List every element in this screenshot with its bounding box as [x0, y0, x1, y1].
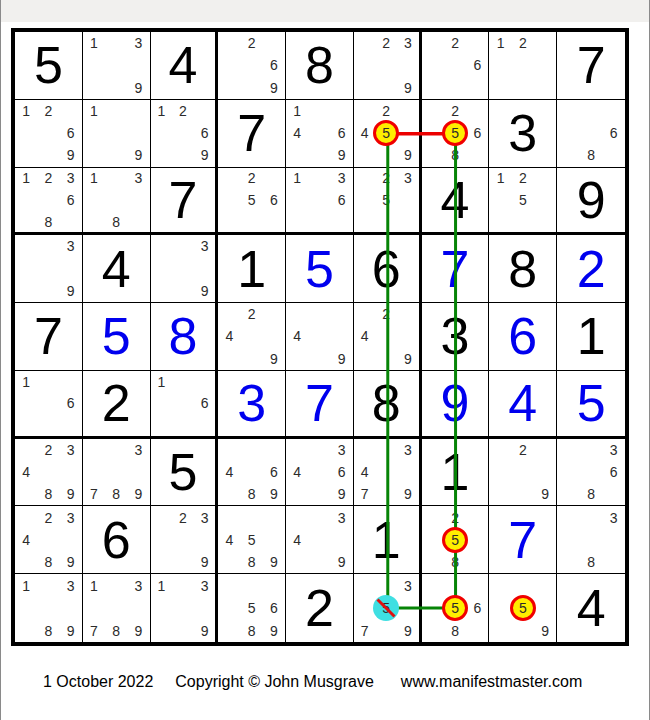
candidate: 6 — [331, 461, 353, 483]
candidate: 2 — [241, 168, 263, 190]
chain-node-candidate: 5 — [444, 597, 466, 620]
cell-r5c4: 249 — [218, 303, 286, 371]
cell-r3c9: 9 — [557, 168, 625, 236]
candidate: 6 — [263, 597, 285, 620]
candidate: 9 — [263, 348, 285, 370]
cell-r8c1: 23489 — [15, 506, 83, 574]
cell-r7c6: 3479 — [354, 439, 422, 507]
candidate: 4 — [218, 529, 240, 551]
candidate: 9 — [331, 483, 353, 505]
cell-r1c9: 7 — [557, 32, 625, 100]
candidate: 9 — [194, 551, 216, 573]
candidate: 2 — [37, 506, 59, 528]
solved-digit: 7 — [441, 243, 470, 295]
solved-digit: 1 — [577, 310, 606, 362]
cell-r3c4: 256 — [218, 168, 286, 236]
cell-r6c4: 3 — [218, 371, 286, 439]
candidate: 4 — [354, 325, 376, 347]
candidate: 2 — [37, 100, 59, 122]
candidate: 3 — [127, 439, 149, 461]
candidate: 3 — [397, 168, 419, 190]
cell-r4c8: 8 — [489, 235, 557, 303]
solved-digit: 7 — [237, 107, 266, 159]
solved-digit: 7 — [508, 514, 537, 566]
solved-digit: 7 — [305, 377, 334, 429]
chain-node-candidate: 5 — [512, 597, 534, 620]
candidate: 9 — [331, 144, 353, 166]
candidate: 8 — [37, 211, 59, 233]
cell-r6c2: 2 — [83, 371, 151, 439]
solved-digit: 2 — [305, 582, 334, 634]
candidate: 6 — [60, 189, 82, 211]
candidate: 1 — [286, 100, 308, 122]
candidate: 9 — [263, 551, 285, 573]
cell-r1c6: 239 — [354, 32, 422, 100]
candidate: 1 — [15, 574, 37, 597]
solved-digit: 1 — [237, 243, 266, 295]
candidate: 5 — [375, 189, 397, 211]
candidate: 1 — [151, 371, 173, 393]
cell-r2c6: 2459 — [354, 100, 422, 168]
cell-r2c4: 7 — [218, 100, 286, 168]
candidate: 8 — [241, 483, 263, 505]
candidate: 2 — [37, 168, 59, 190]
candidate: 4 — [286, 461, 308, 483]
solved-digit: 2 — [102, 377, 131, 429]
solved-digit: 3 — [508, 107, 537, 159]
candidate: 6 — [466, 597, 488, 620]
cell-r6c5: 7 — [286, 371, 354, 439]
candidate: 1 — [15, 100, 37, 122]
candidate: 7 — [83, 619, 105, 642]
candidate: 3 — [127, 574, 149, 597]
cell-r8c4: 4589 — [218, 506, 286, 574]
cell-r7c2: 3789 — [83, 439, 151, 507]
candidate: 6 — [602, 122, 625, 144]
cell-r5c7: 3 — [422, 303, 490, 371]
cell-r6c3: 16 — [151, 371, 219, 439]
candidate: 8 — [241, 551, 263, 573]
cell-r9c2: 13789 — [83, 574, 151, 642]
candidate: 1 — [151, 574, 173, 597]
candidate: 6 — [263, 189, 285, 211]
candidate: 9 — [60, 144, 82, 166]
candidate: 9 — [60, 280, 82, 302]
candidate: 9 — [194, 280, 216, 302]
candidate: 3 — [602, 506, 625, 528]
candidate: 9 — [263, 619, 285, 642]
cell-r4c4: 1 — [218, 235, 286, 303]
cell-r7c3: 5 — [151, 439, 219, 507]
solved-digit: 5 — [305, 243, 334, 295]
candidate: 2 — [375, 303, 397, 325]
candidate: 2 — [512, 439, 534, 461]
cell-r9c3: 139 — [151, 574, 219, 642]
candidate: 7 — [354, 483, 376, 505]
cell-r8c8: 7 — [489, 506, 557, 574]
solved-digit: 5 — [102, 310, 131, 362]
candidate: 8 — [241, 619, 263, 642]
candidate: 3 — [127, 32, 149, 54]
candidate: 4 — [286, 529, 308, 551]
cell-r6c6: 8 — [354, 371, 422, 439]
cell-r7c8: 29 — [489, 439, 557, 507]
solved-digit: 6 — [102, 514, 131, 566]
candidate: 3 — [60, 439, 82, 461]
candidate: 2 — [512, 32, 534, 54]
solved-digit: 1 — [372, 514, 401, 566]
solved-digit: 6 — [372, 243, 401, 295]
candidate: 9 — [397, 77, 419, 99]
candidate: 2 — [375, 32, 397, 54]
cell-r5c1: 7 — [15, 303, 83, 371]
candidate: 1 — [489, 168, 511, 190]
solved-digit: 5 — [34, 39, 63, 91]
candidate: 6 — [194, 122, 216, 144]
candidate: 3 — [331, 439, 353, 461]
candidate: 9 — [263, 77, 285, 99]
caption-date: 1 October 2022 — [43, 673, 153, 690]
cell-r4c9: 2 — [557, 235, 625, 303]
cell-r9c5: 2 — [286, 574, 354, 642]
candidate: 9 — [534, 619, 556, 642]
solved-digit: 4 — [508, 377, 537, 429]
solved-digit: 7 — [577, 39, 606, 91]
candidate: 4 — [286, 122, 308, 144]
solved-digit: 5 — [577, 377, 606, 429]
solved-digit: 9 — [441, 377, 470, 429]
candidate: 9 — [60, 483, 82, 505]
candidate: 2 — [512, 168, 534, 190]
candidate: 2 — [241, 32, 263, 54]
solved-digit: 8 — [372, 377, 401, 429]
cell-r8c5: 349 — [286, 506, 354, 574]
candidate: 9 — [127, 77, 149, 99]
candidate: 4 — [218, 461, 240, 483]
candidate: 9 — [397, 483, 419, 505]
cell-r9c4: 5689 — [218, 574, 286, 642]
solved-digit: 4 — [102, 243, 131, 295]
cell-r5c2: 5 — [83, 303, 151, 371]
candidate: 4 — [354, 461, 376, 483]
candidate: 3 — [194, 574, 216, 597]
candidate: 9 — [397, 348, 419, 370]
cell-r2c3: 1269 — [151, 100, 219, 168]
candidate: 7 — [83, 483, 105, 505]
cell-r4c6: 6 — [354, 235, 422, 303]
candidate: 8 — [37, 551, 59, 573]
cell-r8c7: 258 — [422, 506, 490, 574]
candidate: 4 — [15, 461, 37, 483]
cell-r9c8: 59 — [489, 574, 557, 642]
candidate: 1 — [83, 168, 105, 190]
cell-r4c7: 7 — [422, 235, 490, 303]
candidate: 5 — [241, 597, 263, 620]
cell-r1c4: 269 — [218, 32, 286, 100]
cell-r5c6: 249 — [354, 303, 422, 371]
candidate: 9 — [60, 619, 82, 642]
candidate: 2 — [172, 506, 194, 528]
cell-r4c2: 4 — [83, 235, 151, 303]
solved-digit: 5 — [168, 446, 197, 498]
cell-r5c3: 8 — [151, 303, 219, 371]
candidate: 3 — [60, 168, 82, 190]
cell-r2c5: 1469 — [286, 100, 354, 168]
cell-r2c9: 68 — [557, 100, 625, 168]
candidate: 9 — [194, 144, 216, 166]
cell-r9c6: 3579 — [354, 574, 422, 642]
solved-digit: 4 — [441, 174, 470, 226]
candidate: 5 — [241, 189, 263, 211]
cell-r9c9: 4 — [557, 574, 625, 642]
cell-r2c1: 1269 — [15, 100, 83, 168]
candidate: 3 — [194, 235, 216, 257]
candidate: 4 — [218, 325, 240, 347]
candidate: 2 — [444, 100, 466, 122]
cell-r7c9: 368 — [557, 439, 625, 507]
candidate: 8 — [444, 144, 466, 166]
candidate: 2 — [375, 168, 397, 190]
cell-r8c9: 38 — [557, 506, 625, 574]
candidate: 3 — [127, 168, 149, 190]
candidate: 9 — [397, 619, 419, 642]
cell-r1c7: 26 — [422, 32, 490, 100]
candidate: 8 — [105, 211, 127, 233]
solved-digit: 4 — [168, 39, 197, 91]
solved-digit: 9 — [577, 174, 606, 226]
chain-node-candidate: 5 — [444, 529, 466, 551]
candidate: 6 — [602, 461, 625, 483]
cell-r6c9: 5 — [557, 371, 625, 439]
candidate: 6 — [60, 122, 82, 144]
candidate: 2 — [444, 32, 466, 54]
cell-r4c3: 39 — [151, 235, 219, 303]
candidate: 8 — [37, 619, 59, 642]
cell-r2c8: 3 — [489, 100, 557, 168]
candidate: 8 — [105, 483, 127, 505]
candidate: 1 — [15, 168, 37, 190]
candidate: 9 — [60, 551, 82, 573]
cell-r3c7: 4 — [422, 168, 490, 236]
candidate: 6 — [60, 392, 82, 414]
cell-r9c7: 568 — [422, 574, 490, 642]
cell-r7c4: 4689 — [218, 439, 286, 507]
cell-r8c6: 1 — [354, 506, 422, 574]
cell-r3c1: 12368 — [15, 168, 83, 236]
solved-digit: 3 — [237, 377, 266, 429]
candidate: 2 — [444, 506, 466, 528]
candidate: 1 — [83, 32, 105, 54]
candidate: 9 — [194, 619, 216, 642]
cell-r5c5: 49 — [286, 303, 354, 371]
cell-r5c9: 1 — [557, 303, 625, 371]
cell-r6c1: 16 — [15, 371, 83, 439]
candidate: 9 — [331, 348, 353, 370]
candidate: 8 — [444, 551, 466, 573]
candidate: 8 — [580, 551, 603, 573]
candidate: 4 — [354, 122, 376, 144]
candidate: 3 — [397, 574, 419, 597]
candidate: 3 — [60, 506, 82, 528]
candidate: 9 — [127, 483, 149, 505]
candidate: 6 — [194, 392, 216, 414]
cell-r4c1: 39 — [15, 235, 83, 303]
caption-copyright: Copyright © John Musgrave — [175, 673, 374, 690]
solved-digit: 2 — [577, 243, 606, 295]
eliminated-candidate: 5 — [375, 597, 397, 620]
cell-r1c5: 8 — [286, 32, 354, 100]
candidate: 9 — [534, 483, 556, 505]
cell-r3c2: 138 — [83, 168, 151, 236]
candidate: 1 — [83, 574, 105, 597]
candidate: 9 — [397, 144, 419, 166]
cell-r3c6: 235 — [354, 168, 422, 236]
candidate: 3 — [331, 168, 353, 190]
solved-digit: 8 — [508, 243, 537, 295]
candidate: 8 — [37, 483, 59, 505]
cell-r7c5: 3469 — [286, 439, 354, 507]
candidate: 2 — [37, 439, 59, 461]
candidate: 9 — [331, 551, 353, 573]
candidate: 1 — [15, 371, 37, 393]
candidate: 3 — [331, 506, 353, 528]
cell-r9c1: 1389 — [15, 574, 83, 642]
cell-r2c7: 2568 — [422, 100, 490, 168]
window-left-edge — [0, 0, 1, 720]
cell-r6c7: 9 — [422, 371, 490, 439]
chain-node-candidate: 5 — [375, 122, 397, 144]
cell-r7c1: 23489 — [15, 439, 83, 507]
candidate: 3 — [60, 574, 82, 597]
candidate: 2 — [241, 303, 263, 325]
candidate: 6 — [263, 54, 285, 76]
candidate: 4 — [15, 529, 37, 551]
candidate: 2 — [172, 100, 194, 122]
cell-r8c3: 239 — [151, 506, 219, 574]
chain-node-candidate: 5 — [444, 122, 466, 144]
solved-digit: 8 — [305, 39, 334, 91]
candidate: 6 — [331, 122, 353, 144]
candidate: 1 — [489, 32, 511, 54]
candidate: 3 — [60, 235, 82, 257]
cell-r3c8: 125 — [489, 168, 557, 236]
candidate: 9 — [263, 483, 285, 505]
solved-digit: 1 — [441, 446, 470, 498]
candidate: 1 — [151, 100, 173, 122]
cell-r5c8: 6 — [489, 303, 557, 371]
candidate: 8 — [580, 483, 603, 505]
candidate: 2 — [375, 100, 397, 122]
cell-r3c5: 136 — [286, 168, 354, 236]
cell-r6c8: 4 — [489, 371, 557, 439]
cell-r1c8: 12 — [489, 32, 557, 100]
cell-r3c3: 7 — [151, 168, 219, 236]
candidate: 3 — [397, 32, 419, 54]
window-top-strip — [0, 0, 650, 22]
cell-r1c1: 5 — [15, 32, 83, 100]
caption-website: www.manifestmaster.com — [401, 673, 582, 690]
solved-digit: 7 — [168, 174, 197, 226]
caption: 1 October 2022Copyright © John Musgravew… — [43, 673, 582, 691]
candidate: 9 — [127, 144, 149, 166]
cell-r4c5: 5 — [286, 235, 354, 303]
cell-r7c7: 1 — [422, 439, 490, 507]
candidate: 6 — [466, 122, 488, 144]
cell-r2c2: 19 — [83, 100, 151, 168]
candidate: 1 — [286, 168, 308, 190]
candidate: 3 — [602, 439, 625, 461]
sudoku-board: 5139426982392612712691912697146924592568… — [11, 28, 629, 646]
cell-r8c2: 6 — [83, 506, 151, 574]
candidate: 3 — [397, 439, 419, 461]
candidate: 6 — [331, 189, 353, 211]
solved-digit: 8 — [168, 310, 197, 362]
solved-digit: 3 — [441, 310, 470, 362]
candidate: 6 — [466, 54, 488, 76]
candidate: 5 — [241, 529, 263, 551]
candidate: 5 — [512, 189, 534, 211]
candidate: 4 — [286, 325, 308, 347]
candidate: 7 — [354, 619, 376, 642]
candidate: 6 — [263, 461, 285, 483]
candidate: 8 — [580, 144, 603, 166]
candidate: 3 — [194, 506, 216, 528]
solved-digit: 4 — [577, 582, 606, 634]
candidate: 8 — [105, 619, 127, 642]
solved-digit: 6 — [508, 310, 537, 362]
candidate: 8 — [444, 619, 466, 642]
cell-r1c3: 4 — [151, 32, 219, 100]
candidate: 1 — [83, 100, 105, 122]
solved-digit: 7 — [34, 310, 63, 362]
cell-r1c2: 139 — [83, 32, 151, 100]
candidate: 9 — [127, 619, 149, 642]
